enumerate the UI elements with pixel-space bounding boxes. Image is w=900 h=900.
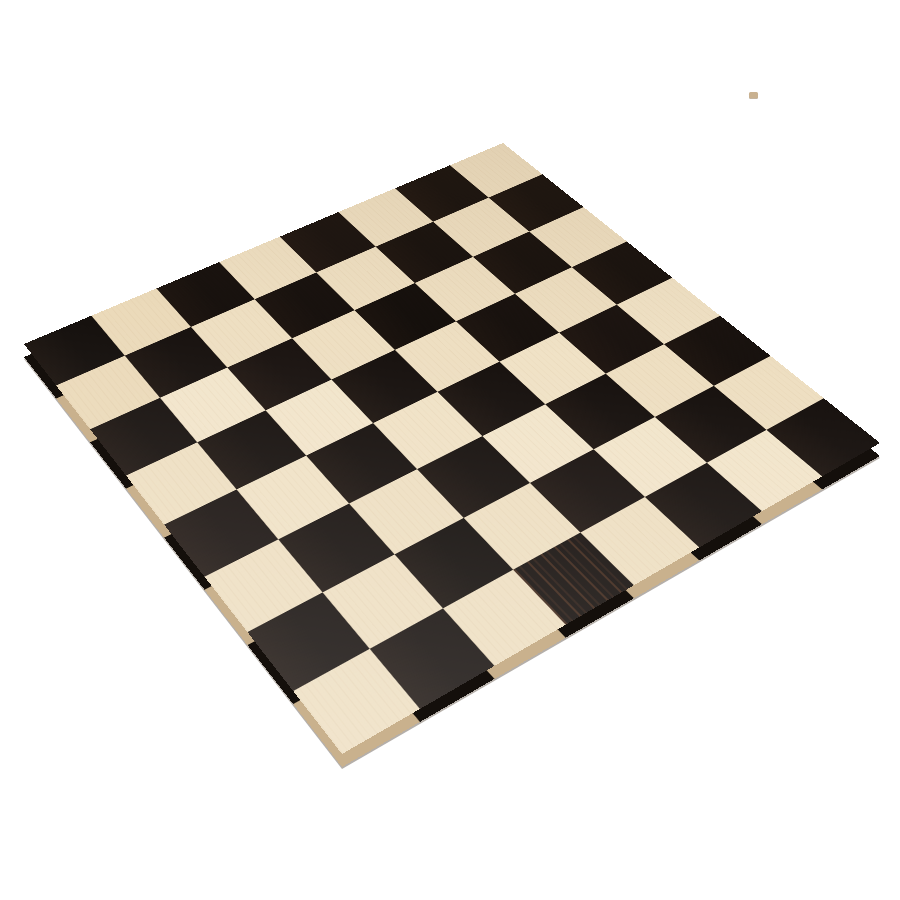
board-contact-shadow	[24, 158, 880, 769]
board-side-faces	[24, 156, 880, 767]
square-r6c2	[160, 368, 266, 443]
square-r6c2	[160, 381, 266, 456]
square-r7c3	[126, 442, 237, 524]
square-r3c3	[395, 334, 500, 404]
square-r2c2	[415, 270, 515, 334]
square-r4c1	[255, 285, 355, 351]
square-r3c4	[437, 375, 545, 449]
square-r7c0	[24, 329, 125, 399]
square-r5c7	[443, 583, 566, 679]
square-r6c6	[323, 567, 443, 661]
square-r1c0	[395, 178, 489, 234]
square-r2c5	[545, 374, 655, 450]
square-r6c3	[197, 423, 306, 502]
square-r2c4	[499, 346, 605, 418]
square-r4c7	[513, 533, 634, 625]
square-r3c6	[530, 462, 645, 545]
square-r6c3	[197, 410, 306, 489]
square-r6c1	[125, 340, 227, 411]
square-r3c7	[580, 510, 699, 598]
square-r3c5	[482, 417, 593, 496]
square-r7c7	[293, 662, 420, 767]
square-r7c7	[293, 649, 420, 754]
square-r3c1	[316, 260, 415, 324]
square-r3c3	[395, 321, 500, 391]
square-r0c5	[664, 316, 771, 386]
square-r1c2	[473, 232, 572, 294]
square-r2c0	[338, 201, 433, 259]
square-r5c3	[266, 380, 373, 456]
square-r7c4	[164, 489, 278, 576]
square-r2c2	[415, 257, 515, 321]
square-r0c0	[450, 143, 542, 198]
square-r5c6	[395, 531, 514, 621]
square-r5c4	[306, 436, 417, 516]
board-side-layer	[0, 13, 900, 900]
square-r5c0	[156, 275, 254, 340]
square-r4c3	[331, 363, 437, 436]
square-r1c1	[433, 198, 529, 257]
square-r0c6	[714, 369, 824, 443]
square-r1c7	[707, 443, 822, 524]
square-r1c6	[655, 386, 767, 463]
square-r1c7	[707, 430, 822, 511]
square-r1c2	[473, 245, 572, 307]
square-r0c5	[664, 329, 771, 399]
square-r3c4	[437, 362, 545, 436]
square-r4c7	[513, 546, 634, 638]
square-r5c2	[227, 338, 331, 410]
square-r5c5	[349, 482, 464, 567]
square-r2c4	[499, 333, 605, 405]
square-r7c2	[90, 411, 197, 489]
square-r3c0	[280, 225, 376, 285]
square-r7c6	[247, 605, 369, 704]
square-r1c5	[606, 344, 714, 417]
square-r0c1	[489, 174, 584, 231]
square-r7c0	[24, 316, 125, 386]
square-r5c4	[306, 423, 417, 503]
square-r4c6	[464, 496, 581, 583]
square-r4c4	[373, 392, 482, 469]
square-r4c2	[292, 323, 395, 392]
square-r1c6	[655, 399, 767, 476]
square-r0c7	[766, 411, 880, 489]
square-r6c4	[237, 469, 350, 553]
square-r2c0	[338, 188, 433, 246]
square-r0c2	[529, 207, 627, 267]
square-r7c5	[205, 552, 323, 645]
square-r1c5	[606, 357, 714, 430]
square-r2c1	[376, 222, 473, 283]
square-r6c5	[278, 517, 394, 606]
square-r3c1	[316, 247, 415, 311]
square-r1c4	[559, 318, 664, 387]
square-r5c5	[349, 469, 464, 554]
square-r7c4	[164, 502, 278, 589]
square-r4c5	[417, 449, 530, 531]
square-r1c0	[395, 165, 489, 221]
square-r3c2	[355, 296, 456, 363]
square-r2c7	[645, 476, 762, 561]
square-r2c3	[456, 307, 559, 375]
square-r6c6	[323, 554, 443, 648]
square-r2c6	[594, 417, 707, 497]
square-r0c4	[617, 291, 720, 357]
square-r7c1	[56, 356, 160, 430]
board-top-layer	[0, 0, 900, 900]
square-r5c3	[266, 393, 373, 469]
square-r7c5	[205, 539, 323, 632]
board-contact-shadow-layer	[0, 15, 900, 900]
square-r5c2	[227, 351, 331, 423]
square-r0c2	[529, 220, 627, 280]
square-r6c5	[278, 504, 394, 593]
chessboard	[24, 143, 880, 754]
square-r4c3	[331, 350, 437, 423]
square-r0c7	[766, 398, 880, 476]
square-r5c0	[156, 262, 254, 327]
square-r3c7	[580, 497, 699, 585]
square-r5c6	[395, 518, 514, 608]
square-r1c3	[515, 280, 617, 345]
square-r6c0	[91, 301, 191, 368]
square-r7c6	[247, 592, 369, 691]
square-r3c6	[530, 449, 645, 532]
square-r3c2	[355, 283, 456, 350]
square-r2c1	[376, 235, 473, 296]
square-r5c7	[443, 570, 566, 666]
square-r6c4	[237, 456, 350, 540]
square-r4c1	[255, 272, 355, 338]
square-r1c3	[515, 267, 617, 332]
square-r7c3	[126, 455, 237, 537]
square-r5c1	[191, 299, 292, 367]
square-r2c5	[545, 387, 655, 463]
square-r1c1	[433, 211, 529, 270]
square-r0c3	[572, 255, 672, 318]
product-photo-stage	[0, 0, 900, 900]
square-r3c0	[280, 212, 376, 272]
square-r1c4	[559, 305, 664, 374]
square-r6c7	[370, 608, 495, 709]
square-r0c3	[572, 242, 672, 305]
square-r4c0	[219, 237, 316, 300]
lighting-sheen-overlay	[24, 143, 880, 754]
square-r7c2	[90, 398, 197, 476]
square-r0c6	[714, 356, 824, 430]
square-r4c2	[292, 310, 395, 379]
square-r0c1	[489, 187, 584, 244]
square-r4c6	[464, 483, 581, 570]
square-r2c7	[645, 463, 762, 548]
photo-artifact-speck	[749, 92, 758, 98]
square-r0c0	[450, 156, 542, 211]
square-r4c4	[373, 405, 482, 482]
square-r3c5	[482, 404, 593, 483]
square-r4c0	[219, 250, 316, 313]
square-r6c1	[125, 327, 227, 398]
square-r0c4	[617, 278, 720, 344]
square-r4c5	[417, 436, 530, 518]
square-r5c1	[191, 312, 292, 380]
square-r2c6	[594, 430, 707, 510]
square-r6c7	[370, 621, 495, 722]
square-r7c1	[56, 369, 160, 443]
square-r6c0	[91, 288, 191, 355]
square-r2c3	[456, 294, 559, 362]
